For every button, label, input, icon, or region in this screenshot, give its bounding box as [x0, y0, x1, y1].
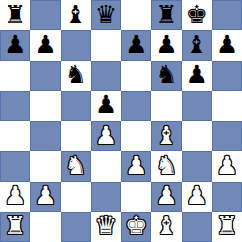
square-g1[interactable] [182, 212, 212, 242]
square-d8[interactable]: ♛ [91, 0, 121, 30]
square-e8[interactable] [121, 0, 151, 30]
square-g5[interactable] [182, 91, 212, 121]
square-f4[interactable]: ♝ [151, 121, 181, 151]
square-g3[interactable] [182, 151, 212, 181]
square-e1[interactable]: ♚ [121, 212, 151, 242]
square-g4[interactable] [182, 121, 212, 151]
square-d5[interactable]: ♟ [91, 91, 121, 121]
black-pawn[interactable]: ♟ [155, 32, 177, 57]
square-h8[interactable] [212, 0, 242, 30]
square-c6[interactable]: ♞ [61, 61, 91, 91]
black-pawn[interactable]: ♟ [34, 32, 56, 57]
square-e5[interactable] [121, 91, 151, 121]
square-a1[interactable]: ♜ [0, 212, 30, 242]
black-pawn[interactable]: ♟ [185, 62, 207, 87]
square-e7[interactable]: ♟ [121, 30, 151, 60]
white-queen[interactable]: ♛ [95, 213, 117, 238]
square-b3[interactable] [30, 151, 60, 181]
square-g8[interactable]: ♚ [182, 0, 212, 30]
square-h3[interactable]: ♟ [212, 151, 242, 181]
square-f1[interactable]: ♝ [151, 212, 181, 242]
white-bishop[interactable]: ♝ [155, 123, 177, 148]
square-e3[interactable]: ♟ [121, 151, 151, 181]
square-c3[interactable]: ♞ [61, 151, 91, 181]
square-b5[interactable] [30, 91, 60, 121]
square-d7[interactable] [91, 30, 121, 60]
square-a4[interactable] [0, 121, 30, 151]
square-b4[interactable] [30, 121, 60, 151]
square-b6[interactable] [30, 61, 60, 91]
square-h6[interactable] [212, 61, 242, 91]
black-pawn[interactable]: ♟ [95, 92, 117, 117]
white-pawn[interactable]: ♟ [155, 183, 177, 208]
square-b8[interactable] [30, 0, 60, 30]
black-bishop[interactable]: ♝ [185, 32, 207, 57]
square-f7[interactable]: ♟ [151, 30, 181, 60]
square-e4[interactable] [121, 121, 151, 151]
white-knight[interactable]: ♞ [155, 153, 177, 178]
white-rook[interactable]: ♜ [4, 213, 26, 238]
square-d1[interactable]: ♛ [91, 212, 121, 242]
square-a6[interactable] [0, 61, 30, 91]
square-c2[interactable] [61, 182, 91, 212]
square-g2[interactable]: ♟ [182, 182, 212, 212]
white-knight[interactable]: ♞ [64, 153, 86, 178]
white-pawn[interactable]: ♟ [185, 183, 207, 208]
square-d4[interactable]: ♟ [91, 121, 121, 151]
white-pawn[interactable]: ♟ [4, 183, 26, 208]
black-rook[interactable]: ♜ [155, 2, 177, 27]
black-pawn[interactable]: ♟ [125, 32, 147, 57]
white-bishop[interactable]: ♝ [155, 213, 177, 238]
square-a3[interactable] [0, 151, 30, 181]
black-knight[interactable]: ♞ [155, 62, 177, 87]
black-pawn[interactable]: ♟ [4, 32, 26, 57]
white-king[interactable]: ♚ [125, 213, 147, 238]
black-king[interactable]: ♚ [185, 2, 207, 27]
square-g6[interactable]: ♟ [182, 61, 212, 91]
black-bishop[interactable]: ♝ [64, 2, 86, 27]
black-rook[interactable]: ♜ [4, 2, 26, 27]
square-e2[interactable] [121, 182, 151, 212]
square-e6[interactable] [121, 61, 151, 91]
square-c1[interactable] [61, 212, 91, 242]
square-h7[interactable]: ♟ [212, 30, 242, 60]
square-b1[interactable] [30, 212, 60, 242]
square-d6[interactable] [91, 61, 121, 91]
black-pawn[interactable]: ♟ [216, 32, 238, 57]
square-a5[interactable] [0, 91, 30, 121]
square-f3[interactable]: ♞ [151, 151, 181, 181]
black-knight[interactable]: ♞ [64, 62, 86, 87]
square-d2[interactable] [91, 182, 121, 212]
chess-board: ♜♝♛♜♚♟♟♟♟♝♟♞♞♟♟♟♝♞♟♞♟♟♟♟♟♜♛♚♝♜ [0, 0, 242, 242]
square-a7[interactable]: ♟ [0, 30, 30, 60]
black-queen[interactable]: ♛ [95, 2, 117, 27]
square-f2[interactable]: ♟ [151, 182, 181, 212]
square-a2[interactable]: ♟ [0, 182, 30, 212]
square-b7[interactable]: ♟ [30, 30, 60, 60]
white-pawn[interactable]: ♟ [95, 123, 117, 148]
square-f6[interactable]: ♞ [151, 61, 181, 91]
white-rook[interactable]: ♜ [216, 213, 238, 238]
square-c5[interactable] [61, 91, 91, 121]
square-h5[interactable] [212, 91, 242, 121]
square-b2[interactable]: ♟ [30, 182, 60, 212]
square-h1[interactable]: ♜ [212, 212, 242, 242]
square-c8[interactable]: ♝ [61, 0, 91, 30]
square-g7[interactable]: ♝ [182, 30, 212, 60]
white-pawn[interactable]: ♟ [34, 183, 56, 208]
square-h2[interactable] [212, 182, 242, 212]
square-c7[interactable] [61, 30, 91, 60]
square-a8[interactable]: ♜ [0, 0, 30, 30]
square-d3[interactable] [91, 151, 121, 181]
square-f5[interactable] [151, 91, 181, 121]
square-f8[interactable]: ♜ [151, 0, 181, 30]
white-pawn[interactable]: ♟ [216, 153, 238, 178]
white-pawn[interactable]: ♟ [125, 153, 147, 178]
square-c4[interactable] [61, 121, 91, 151]
square-h4[interactable] [212, 121, 242, 151]
